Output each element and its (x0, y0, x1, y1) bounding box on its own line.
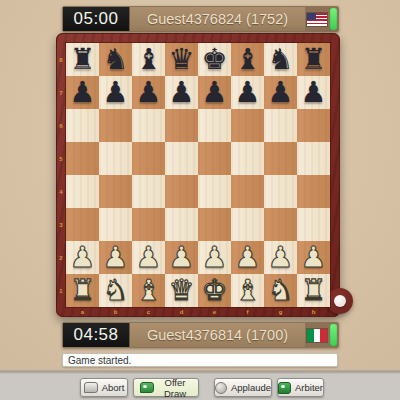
piece-black-bishop[interactable]: ♝ (132, 43, 165, 76)
rank-label-3: 3 (56, 208, 66, 241)
top-active-led (330, 8, 337, 30)
square-b2[interactable]: ♟ (99, 241, 132, 274)
top-flag-box (305, 7, 329, 31)
square-b5[interactable] (99, 142, 132, 175)
square-h6[interactable] (297, 109, 330, 142)
square-e1[interactable]: ♚ (198, 274, 231, 307)
italy-flag-icon (307, 329, 327, 342)
square-h4[interactable] (297, 175, 330, 208)
square-c1[interactable]: ♝ (132, 274, 165, 307)
square-h5[interactable] (297, 142, 330, 175)
square-d6[interactable] (165, 109, 198, 142)
rank-label-2: 2 (56, 241, 66, 274)
arbiter-badge-icon (278, 382, 291, 394)
file-labels: abcdefgh (66, 307, 330, 317)
board-knob[interactable] (327, 288, 353, 314)
rank-label-5: 5 (56, 142, 66, 175)
piece-white-queen[interactable]: ♛ (165, 274, 198, 307)
piece-black-knight[interactable]: ♞ (99, 43, 132, 76)
square-c3[interactable] (132, 208, 165, 241)
square-f6[interactable] (231, 109, 264, 142)
square-g7[interactable]: ♟ (264, 76, 297, 109)
piece-white-pawn[interactable]: ♟ (66, 241, 99, 274)
file-label-h: h (297, 307, 330, 317)
square-f4[interactable] (231, 175, 264, 208)
square-e3[interactable] (198, 208, 231, 241)
square-g8[interactable]: ♞ (264, 43, 297, 76)
piece-black-pawn[interactable]: ♟ (231, 76, 264, 109)
piece-black-rook[interactable]: ♜ (66, 43, 99, 76)
abort-label: Abort (102, 382, 125, 393)
abort-button[interactable]: Abort (80, 378, 128, 397)
piece-black-pawn[interactable]: ♟ (297, 76, 330, 109)
square-f1[interactable]: ♝ (231, 274, 264, 307)
square-e2[interactable]: ♟ (198, 241, 231, 274)
square-d5[interactable] (165, 142, 198, 175)
offer-draw-label: Offer Draw (158, 377, 192, 399)
bottom-active-led (330, 324, 337, 346)
square-g1[interactable]: ♞ (264, 274, 297, 307)
square-f2[interactable]: ♟ (231, 241, 264, 274)
piece-white-king[interactable]: ♚ (198, 274, 231, 307)
file-label-d: d (165, 307, 198, 317)
piece-black-queen[interactable]: ♛ (165, 43, 198, 76)
piece-white-knight[interactable]: ♞ (264, 274, 297, 307)
square-h1[interactable]: ♜ (297, 274, 330, 307)
offer-draw-button[interactable]: Offer Draw (133, 378, 199, 397)
piece-black-pawn[interactable]: ♟ (66, 76, 99, 109)
file-label-f: f (231, 307, 264, 317)
piece-black-king[interactable]: ♚ (198, 43, 231, 76)
square-c7[interactable]: ♟ (132, 76, 165, 109)
file-label-b: b (99, 307, 132, 317)
bottom-player-bar: 04:58 Guest4376814 (1700) (62, 322, 339, 348)
applaude-label: Applaude (231, 382, 271, 393)
piece-white-bishop[interactable]: ♝ (231, 274, 264, 307)
offer-draw-bubble-icon (140, 382, 154, 393)
square-h2[interactable]: ♟ (297, 241, 330, 274)
piece-white-knight[interactable]: ♞ (99, 274, 132, 307)
square-d4[interactable] (165, 175, 198, 208)
rank-label-6: 6 (56, 109, 66, 142)
rank-label-7: 7 (56, 76, 66, 109)
square-b4[interactable] (99, 175, 132, 208)
square-h3[interactable] (297, 208, 330, 241)
piece-white-pawn[interactable]: ♟ (99, 241, 132, 274)
square-h8[interactable]: ♜ (297, 43, 330, 76)
square-e8[interactable]: ♚ (198, 43, 231, 76)
top-active-indicator (329, 7, 338, 31)
square-c6[interactable] (132, 109, 165, 142)
square-b7[interactable]: ♟ (99, 76, 132, 109)
square-b3[interactable] (99, 208, 132, 241)
actions-strip: Abort Offer Draw Applaude Arbiter (0, 370, 400, 400)
square-f5[interactable] (231, 142, 264, 175)
square-b8[interactable]: ♞ (99, 43, 132, 76)
piece-black-pawn[interactable]: ♟ (99, 76, 132, 109)
board-grid: ♜♞♝♛♚♝♞♜♟♟♟♟♟♟♟♟♟♟♟♟♟♟♟♟♜♞♝♛♚♝♞♜ (66, 43, 330, 307)
square-b6[interactable] (99, 109, 132, 142)
square-g6[interactable] (264, 109, 297, 142)
file-label-g: g (264, 307, 297, 317)
piece-white-rook[interactable]: ♜ (66, 274, 99, 307)
rank-label-4: 4 (56, 175, 66, 208)
square-a4[interactable] (66, 175, 99, 208)
square-d3[interactable] (165, 208, 198, 241)
square-e4[interactable] (198, 175, 231, 208)
piece-white-pawn[interactable]: ♟ (297, 241, 330, 274)
piece-white-bishop[interactable]: ♝ (132, 274, 165, 307)
piece-white-pawn[interactable]: ♟ (198, 241, 231, 274)
square-e5[interactable] (198, 142, 231, 175)
us-flag-canton (307, 13, 316, 20)
bottom-flag-box (305, 323, 329, 347)
piece-white-pawn[interactable]: ♟ (264, 241, 297, 274)
piece-black-pawn[interactable]: ♟ (132, 76, 165, 109)
square-d7[interactable]: ♟ (165, 76, 198, 109)
rank-labels: 87654321 (56, 43, 66, 307)
top-player-clock: 05:00 (63, 7, 130, 31)
file-label-e: e (198, 307, 231, 317)
rank-label-1: 1 (56, 274, 66, 307)
square-d2[interactable]: ♟ (165, 241, 198, 274)
square-g2[interactable]: ♟ (264, 241, 297, 274)
square-g3[interactable] (264, 208, 297, 241)
square-c2[interactable]: ♟ (132, 241, 165, 274)
piece-black-rook[interactable]: ♜ (297, 43, 330, 76)
piece-white-pawn[interactable]: ♟ (231, 241, 264, 274)
square-g5[interactable] (264, 142, 297, 175)
square-a7[interactable]: ♟ (66, 76, 99, 109)
square-h7[interactable]: ♟ (297, 76, 330, 109)
square-d8[interactable]: ♛ (165, 43, 198, 76)
square-a8[interactable]: ♜ (66, 43, 99, 76)
piece-black-bishop[interactable]: ♝ (231, 43, 264, 76)
chess-board: 87654321 abcdefgh ♜♞♝♛♚♝♞♜♟♟♟♟♟♟♟♟♟♟♟♟♟♟… (56, 33, 340, 317)
square-c8[interactable]: ♝ (132, 43, 165, 76)
applaude-clap-icon (215, 382, 227, 394)
piece-black-pawn[interactable]: ♟ (198, 76, 231, 109)
square-f8[interactable]: ♝ (231, 43, 264, 76)
top-player-name: Guest4376824 (1752) (130, 7, 305, 31)
us-flag-icon (307, 13, 327, 26)
square-c5[interactable] (132, 142, 165, 175)
file-label-c: c (132, 307, 165, 317)
arbiter-button[interactable]: Arbiter (277, 378, 324, 397)
square-g4[interactable] (264, 175, 297, 208)
square-b1[interactable]: ♞ (99, 274, 132, 307)
bottom-player-name: Guest4376814 (1700) (130, 323, 305, 347)
applaude-button[interactable]: Applaude (214, 378, 272, 397)
piece-black-pawn[interactable]: ♟ (264, 76, 297, 109)
square-a1[interactable]: ♜ (66, 274, 99, 307)
board-knob-dot[interactable] (334, 295, 346, 307)
rank-label-8: 8 (56, 43, 66, 76)
square-f3[interactable] (231, 208, 264, 241)
square-e6[interactable] (198, 109, 231, 142)
arbiter-label: Arbiter (295, 382, 323, 393)
square-c4[interactable] (132, 175, 165, 208)
status-message-box: Game started. (62, 353, 338, 367)
square-a3[interactable] (66, 208, 99, 241)
piece-white-pawn[interactable]: ♟ (132, 241, 165, 274)
piece-black-pawn[interactable]: ♟ (165, 76, 198, 109)
bottom-active-indicator (329, 323, 338, 347)
square-e7[interactable]: ♟ (198, 76, 231, 109)
square-a2[interactable]: ♟ (66, 241, 99, 274)
bottom-player-clock: 04:58 (63, 323, 130, 347)
square-d1[interactable]: ♛ (165, 274, 198, 307)
file-label-a: a (66, 307, 99, 317)
piece-black-knight[interactable]: ♞ (264, 43, 297, 76)
piece-white-rook[interactable]: ♜ (297, 274, 330, 307)
square-a5[interactable] (66, 142, 99, 175)
piece-white-pawn[interactable]: ♟ (165, 241, 198, 274)
abort-bubble-icon (84, 382, 98, 393)
status-message: Game started. (68, 355, 131, 366)
app-background: 05:00 Guest4376824 (1752) 87654321 abcde… (0, 0, 400, 400)
top-player-bar: 05:00 Guest4376824 (1752) (62, 6, 339, 32)
square-f7[interactable]: ♟ (231, 76, 264, 109)
square-a6[interactable] (66, 109, 99, 142)
